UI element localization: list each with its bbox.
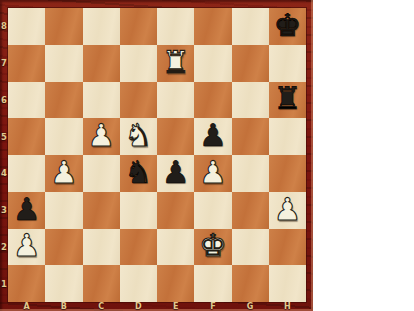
square-c6[interactable] (83, 82, 120, 119)
file-label-d: D (120, 301, 157, 311)
white-pawn: ♟ (199, 157, 227, 188)
white-pawn: ♟ (87, 120, 115, 151)
square-d4[interactable]: ♞ (120, 155, 157, 192)
square-b3[interactable] (45, 192, 82, 229)
square-e2[interactable] (157, 229, 194, 266)
square-g7[interactable] (232, 45, 269, 82)
square-e3[interactable] (157, 192, 194, 229)
square-a8[interactable] (8, 8, 45, 45)
file-label-h: H (269, 301, 306, 311)
rank-label-3: 3 (0, 192, 8, 229)
rank-label-2: 2 (0, 229, 8, 266)
screenshot-canvas: ♚♜♜♟♞♟♟♞♟♟♟♟♟♚ 87654321ABCDEFGH (0, 0, 414, 311)
square-a2[interactable]: ♟ (8, 229, 45, 266)
square-f1[interactable] (194, 265, 231, 302)
square-a4[interactable] (8, 155, 45, 192)
black-king: ♚ (273, 10, 301, 41)
square-e4[interactable]: ♟ (157, 155, 194, 192)
square-c3[interactable] (83, 192, 120, 229)
rank-label-5: 5 (0, 118, 8, 155)
square-d2[interactable] (120, 229, 157, 266)
square-f3[interactable] (194, 192, 231, 229)
square-h3[interactable]: ♟ (269, 192, 306, 229)
square-h1[interactable] (269, 265, 306, 302)
white-pawn: ♟ (13, 230, 41, 261)
square-f7[interactable] (194, 45, 231, 82)
square-c4[interactable] (83, 155, 120, 192)
file-label-g: G (232, 301, 269, 311)
square-f5[interactable]: ♟ (194, 118, 231, 155)
square-b4[interactable]: ♟ (45, 155, 82, 192)
square-b1[interactable] (45, 265, 82, 302)
white-pawn: ♟ (273, 194, 301, 225)
square-h5[interactable] (269, 118, 306, 155)
square-h4[interactable] (269, 155, 306, 192)
square-g6[interactable] (232, 82, 269, 119)
square-e7[interactable]: ♜ (157, 45, 194, 82)
square-d3[interactable] (120, 192, 157, 229)
square-a5[interactable] (8, 118, 45, 155)
square-a1[interactable] (8, 265, 45, 302)
square-h2[interactable] (269, 229, 306, 266)
square-e8[interactable] (157, 8, 194, 45)
black-pawn: ♟ (162, 157, 190, 188)
square-g3[interactable] (232, 192, 269, 229)
white-king: ♚ (199, 230, 227, 261)
square-a3[interactable]: ♟ (8, 192, 45, 229)
black-pawn: ♟ (13, 194, 41, 225)
square-e1[interactable] (157, 265, 194, 302)
rank-label-1: 1 (0, 265, 8, 302)
file-label-a: A (8, 301, 45, 311)
square-c5[interactable]: ♟ (83, 118, 120, 155)
square-e5[interactable] (157, 118, 194, 155)
square-b6[interactable] (45, 82, 82, 119)
square-c2[interactable] (83, 229, 120, 266)
square-d7[interactable] (120, 45, 157, 82)
rank-label-8: 8 (0, 8, 8, 45)
square-c7[interactable] (83, 45, 120, 82)
square-h8[interactable]: ♚ (269, 8, 306, 45)
square-e6[interactable] (157, 82, 194, 119)
black-rook: ♜ (273, 83, 301, 114)
square-g1[interactable] (232, 265, 269, 302)
square-g8[interactable] (232, 8, 269, 45)
file-label-f: F (194, 301, 231, 311)
rank-label-7: 7 (0, 45, 8, 82)
square-f2[interactable]: ♚ (194, 229, 231, 266)
square-d1[interactable] (120, 265, 157, 302)
square-a6[interactable] (8, 82, 45, 119)
white-rook: ♜ (162, 47, 190, 78)
square-c8[interactable] (83, 8, 120, 45)
square-b2[interactable] (45, 229, 82, 266)
square-b5[interactable] (45, 118, 82, 155)
square-f8[interactable] (194, 8, 231, 45)
board-grid: ♚♜♜♟♞♟♟♞♟♟♟♟♟♚ (8, 8, 306, 302)
white-pawn: ♟ (50, 157, 78, 188)
file-label-c: C (83, 301, 120, 311)
square-g2[interactable] (232, 229, 269, 266)
square-g4[interactable] (232, 155, 269, 192)
file-label-b: B (45, 301, 82, 311)
square-a7[interactable] (8, 45, 45, 82)
file-label-e: E (157, 301, 194, 311)
square-h6[interactable]: ♜ (269, 82, 306, 119)
square-f4[interactable]: ♟ (194, 155, 231, 192)
white-knight: ♞ (124, 120, 152, 151)
black-knight: ♞ (124, 157, 152, 188)
chess-board: ♚♜♜♟♞♟♟♞♟♟♟♟♟♚ 87654321ABCDEFGH (0, 0, 313, 311)
black-pawn: ♟ (199, 120, 227, 151)
square-b8[interactable] (45, 8, 82, 45)
square-g5[interactable] (232, 118, 269, 155)
square-b7[interactable] (45, 45, 82, 82)
square-f6[interactable] (194, 82, 231, 119)
square-h7[interactable] (269, 45, 306, 82)
square-d5[interactable]: ♞ (120, 118, 157, 155)
square-d6[interactable] (120, 82, 157, 119)
rank-label-4: 4 (0, 155, 8, 192)
square-d8[interactable] (120, 8, 157, 45)
rank-label-6: 6 (0, 82, 8, 119)
square-c1[interactable] (83, 265, 120, 302)
